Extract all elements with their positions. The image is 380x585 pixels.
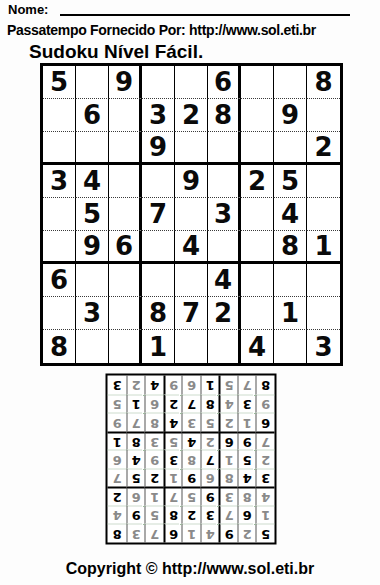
puzzle-cell-r9c8[interactable] <box>274 330 307 363</box>
puzzle-cell-r3c9[interactable]: 2 <box>307 132 340 165</box>
puzzle-cell-r7c1[interactable]: 6 <box>43 264 76 297</box>
solution-cell-r1c1: 5 <box>256 524 275 543</box>
puzzle-cell-r4c4[interactable] <box>142 165 175 198</box>
solution-cell-r9c6: 9 <box>164 376 183 395</box>
solution-cell-r2c6: 8 <box>164 506 183 525</box>
puzzle-cell-r5c5[interactable] <box>175 198 208 231</box>
puzzle-cell-r1c4[interactable] <box>142 66 175 99</box>
puzzle-cell-r9c7[interactable]: 4 <box>241 330 274 363</box>
puzzle-cell-r4c3[interactable] <box>109 165 142 198</box>
solution-cell-r1c5: 1 <box>182 524 201 543</box>
puzzle-cell-r6c2[interactable]: 9 <box>76 231 109 264</box>
solution-cell-r4c8: 5 <box>127 469 146 488</box>
solution-cell-r2c8: 9 <box>127 506 146 525</box>
solution-cell-r2c1: 1 <box>256 506 275 525</box>
solution-cell-r7c4: 5 <box>201 413 220 432</box>
solution-cell-r6c6: 5 <box>164 432 183 451</box>
puzzle-cell-r9c1[interactable]: 8 <box>43 330 76 363</box>
solution-cell-r8c2: 3 <box>238 395 257 414</box>
puzzle-cell-r9c3[interactable] <box>109 330 142 363</box>
solution-cell-r5c3: 1 <box>219 450 238 469</box>
puzzle-cell-r9c4[interactable]: 1 <box>142 330 175 363</box>
puzzle-cell-r5c2[interactable]: 5 <box>76 198 109 231</box>
puzzle-cell-r4c2[interactable]: 4 <box>76 165 109 198</box>
solution-cell-r5c5: 8 <box>182 450 201 469</box>
puzzle-cell-r5c8[interactable]: 4 <box>274 198 307 231</box>
puzzle-cell-r4c5[interactable]: 9 <box>175 165 208 198</box>
solution-cell-r5c9: 6 <box>108 450 127 469</box>
puzzle-cell-r6c8[interactable]: 8 <box>274 231 307 264</box>
puzzle-cell-r4c6[interactable] <box>208 165 241 198</box>
puzzle-cell-r7c5[interactable] <box>175 264 208 297</box>
puzzle-cell-r6c3[interactable]: 6 <box>109 231 142 264</box>
puzzle-cell-r5c3[interactable] <box>109 198 142 231</box>
solution-cell-r7c2: 1 <box>238 413 257 432</box>
puzzle-cell-r3c1[interactable] <box>43 132 76 165</box>
puzzle-cell-r1c5[interactable] <box>175 66 208 99</box>
solution-cell-r4c9: 7 <box>108 469 127 488</box>
puzzle-cell-r8c7[interactable] <box>241 297 274 330</box>
puzzle-cell-r7c8[interactable] <box>274 264 307 297</box>
puzzle-cell-r1c2[interactable] <box>76 66 109 99</box>
solution-cell-r1c9: 8 <box>108 524 127 543</box>
provided-by-text: Passatempo Fornecido Por: http://www.sol… <box>7 22 316 38</box>
puzzle-cell-r2c8[interactable]: 9 <box>274 99 307 132</box>
puzzle-cell-r9c6[interactable] <box>208 330 241 363</box>
solution-cell-r7c5: 3 <box>182 413 201 432</box>
solution-cell-r3c8: 6 <box>127 487 146 506</box>
solution-cell-r2c9: 4 <box>108 506 127 525</box>
puzzle-cell-r6c6[interactable] <box>208 231 241 264</box>
puzzle-cell-r4c9[interactable] <box>307 165 340 198</box>
puzzle-cell-r6c4[interactable] <box>142 231 175 264</box>
solution-cell-r2c5: 2 <box>182 506 201 525</box>
solution-cell-r2c2: 6 <box>238 506 257 525</box>
puzzle-cell-r7c2[interactable] <box>76 264 109 297</box>
puzzle-cell-r4c1[interactable]: 3 <box>43 165 76 198</box>
puzzle-cell-r2c4[interactable]: 3 <box>142 99 175 132</box>
solution-cell-r1c3: 9 <box>219 524 238 543</box>
solution-cell-r8c7: 6 <box>145 395 164 414</box>
solution-cell-r7c7: 8 <box>145 413 164 432</box>
solution-cell-r6c8: 8 <box>127 432 146 451</box>
solution-cell-r4c1: 3 <box>256 469 275 488</box>
puzzle-cell-r8c6[interactable]: 2 <box>208 297 241 330</box>
solution-cell-r6c4: 2 <box>201 432 220 451</box>
name-label: Nome: <box>8 2 48 17</box>
solution-cell-r8c5: 7 <box>182 395 201 414</box>
puzzle-cell-r8c8[interactable]: 1 <box>274 297 307 330</box>
puzzle-cell-r3c7[interactable] <box>241 132 274 165</box>
solution-cell-r3c2: 8 <box>238 487 257 506</box>
puzzle-cell-r6c9[interactable]: 1 <box>307 231 340 264</box>
puzzle-cell-r7c6[interactable]: 4 <box>208 264 241 297</box>
puzzle-cell-r6c5[interactable]: 4 <box>175 231 208 264</box>
puzzle-cell-r5c1[interactable] <box>43 198 76 231</box>
solution-cell-r3c1: 4 <box>256 487 275 506</box>
puzzle-cell-r3c2[interactable] <box>76 132 109 165</box>
solution-cell-r7c3: 2 <box>219 413 238 432</box>
solution-cell-r1c4: 4 <box>201 524 220 543</box>
solution-cell-r9c3: 5 <box>219 376 238 395</box>
puzzle-cell-r3c5[interactable] <box>175 132 208 165</box>
solution-cell-r7c8: 7 <box>127 413 146 432</box>
solution-cell-r9c1: 8 <box>256 376 275 395</box>
solution-cell-r6c2: 9 <box>238 432 257 451</box>
solution-cell-r6c7: 3 <box>145 432 164 451</box>
solution-cell-r6c1: 7 <box>256 432 275 451</box>
solution-cell-r3c4: 9 <box>201 487 220 506</box>
puzzle-cell-r6c1[interactable] <box>43 231 76 264</box>
puzzle-cell-r9c9[interactable]: 3 <box>307 330 340 363</box>
puzzle-cell-r2c7[interactable] <box>241 99 274 132</box>
solution-cell-r2c4: 3 <box>201 506 220 525</box>
solution-cell-r8c8: 1 <box>127 395 146 414</box>
puzzle-cell-r1c3[interactable]: 9 <box>109 66 142 99</box>
solution-cell-r3c9: 2 <box>108 487 127 506</box>
puzzle-cell-r2c2[interactable]: 6 <box>76 99 109 132</box>
solution-cell-r1c8: 3 <box>127 524 146 543</box>
solution-cell-r8c4: 8 <box>201 395 220 414</box>
solution-cell-r9c4: 1 <box>201 376 220 395</box>
solution-cell-r9c2: 7 <box>238 376 257 395</box>
solution-cell-r3c6: 7 <box>164 487 183 506</box>
puzzle-cell-r3c3[interactable] <box>109 132 142 165</box>
solution-cell-r3c3: 3 <box>219 487 238 506</box>
puzzle-cell-r8c5[interactable]: 7 <box>175 297 208 330</box>
solution-cell-r6c3: 6 <box>219 432 238 451</box>
puzzle-cell-r2c9[interactable] <box>307 99 340 132</box>
solution-cell-r1c6: 6 <box>164 524 183 543</box>
solution-cell-r3c7: 1 <box>145 487 164 506</box>
puzzle-cell-r5c7[interactable] <box>241 198 274 231</box>
solution-cell-r4c3: 8 <box>219 469 238 488</box>
solution-cell-r8c6: 2 <box>164 395 183 414</box>
puzzle-cell-r8c1[interactable] <box>43 297 76 330</box>
solution-cell-r6c9: 1 <box>108 432 127 451</box>
solution-cell-r4c2: 4 <box>238 469 257 488</box>
copyright-text: Copyright © http://www.sol.eti.br <box>0 560 380 578</box>
solution-cell-r7c9: 9 <box>108 413 127 432</box>
puzzle-cell-r7c3[interactable] <box>109 264 142 297</box>
solution-cell-r4c7: 2 <box>145 469 164 488</box>
solution-cell-r1c2: 2 <box>238 524 257 543</box>
puzzle-cell-r4c8[interactable]: 5 <box>274 165 307 198</box>
puzzle-cell-r8c4[interactable]: 8 <box>142 297 175 330</box>
puzzle-cell-r1c7[interactable] <box>241 66 274 99</box>
solution-cell-r4c6: 1 <box>164 469 183 488</box>
solution-cell-r5c2: 5 <box>238 450 257 469</box>
solution-cell-r5c4: 7 <box>201 450 220 469</box>
puzzle-cell-r8c2[interactable]: 3 <box>76 297 109 330</box>
puzzle-cell-r5c6[interactable]: 3 <box>208 198 241 231</box>
puzzle-cell-r2c5[interactable]: 2 <box>175 99 208 132</box>
puzzle-cell-r3c8[interactable] <box>274 132 307 165</box>
puzzle-cell-r2c3[interactable] <box>109 99 142 132</box>
puzzle-grid: 596863289923492557349648164387218143 <box>40 63 343 366</box>
puzzle-cell-r9c5[interactable] <box>175 330 208 363</box>
puzzle-cell-r1c9[interactable]: 8 <box>307 66 340 99</box>
solution-cell-r8c3: 4 <box>219 395 238 414</box>
puzzle-cell-r1c1[interactable]: 5 <box>43 66 76 99</box>
solution-grid-rotated: 5294167381673285944839571623486912572517… <box>106 374 277 545</box>
puzzle-cell-r9c2[interactable] <box>76 330 109 363</box>
puzzle-cell-r2c6[interactable]: 8 <box>208 99 241 132</box>
name-fill-in-line[interactable] <box>60 1 350 16</box>
solution-cell-r3c5: 5 <box>182 487 201 506</box>
puzzle-cell-r5c4[interactable]: 7 <box>142 198 175 231</box>
solution-cell-r2c3: 7 <box>219 506 238 525</box>
page-title: Sudoku Nível Fácil. <box>29 41 203 63</box>
solution-cell-r9c8: 2 <box>127 376 146 395</box>
puzzle-cell-r8c9[interactable] <box>307 297 340 330</box>
solution-cell-r6c5: 4 <box>182 432 201 451</box>
puzzle-cell-r6c7[interactable] <box>241 231 274 264</box>
puzzle-cell-r8c3[interactable] <box>109 297 142 330</box>
puzzle-cell-r5c9[interactable] <box>307 198 340 231</box>
solution-cell-r5c8: 4 <box>127 450 146 469</box>
solution-cell-r8c1: 9 <box>256 395 275 414</box>
solution-cell-r9c5: 6 <box>182 376 201 395</box>
solution-cell-r7c6: 4 <box>164 413 183 432</box>
puzzle-cell-r3c4[interactable]: 9 <box>142 132 175 165</box>
solution-cell-r4c5: 9 <box>182 469 201 488</box>
puzzle-cell-r4c7[interactable]: 2 <box>241 165 274 198</box>
puzzle-cell-r7c7[interactable] <box>241 264 274 297</box>
puzzle-cell-r7c9[interactable] <box>307 264 340 297</box>
solution-cell-r9c7: 4 <box>145 376 164 395</box>
solution-cell-r1c7: 7 <box>145 524 164 543</box>
solution-cell-r7c1: 6 <box>256 413 275 432</box>
solution-cell-r5c6: 3 <box>164 450 183 469</box>
puzzle-cell-r7c4[interactable] <box>142 264 175 297</box>
solution-cell-r5c1: 2 <box>256 450 275 469</box>
solution-cell-r5c7: 9 <box>145 450 164 469</box>
puzzle-cell-r1c6[interactable]: 6 <box>208 66 241 99</box>
puzzle-cell-r2c1[interactable] <box>43 99 76 132</box>
solution-cell-r4c4: 6 <box>201 469 220 488</box>
solution-cell-r9c9: 3 <box>108 376 127 395</box>
solution-cell-r2c7: 5 <box>145 506 164 525</box>
puzzle-cell-r3c6[interactable] <box>208 132 241 165</box>
solution-cell-r8c9: 5 <box>108 395 127 414</box>
puzzle-cell-r1c8[interactable] <box>274 66 307 99</box>
